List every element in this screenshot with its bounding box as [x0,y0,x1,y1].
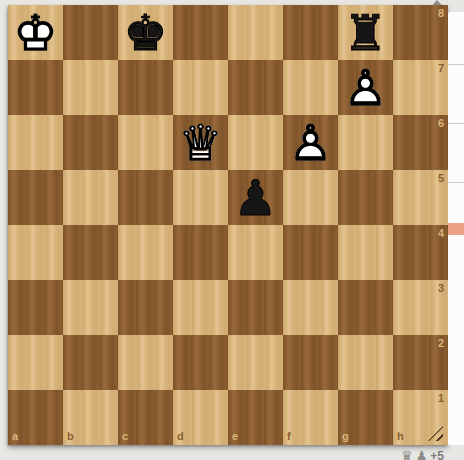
square-g4[interactable] [338,225,393,280]
square-f4[interactable] [283,225,338,280]
rank-label-8: 8 [438,8,444,19]
square-h6[interactable]: 6 [393,115,448,170]
square-h4[interactable]: 4 [393,225,448,280]
side-strip-separator-2 [448,182,464,183]
square-e3[interactable] [228,280,283,335]
rank-label-5: 5 [438,173,444,184]
square-g1[interactable]: g [338,390,393,445]
square-b2[interactable] [63,335,118,390]
square-g2[interactable] [338,335,393,390]
square-d3[interactable] [173,280,228,335]
rank-label-4: 4 [438,228,444,239]
square-e7[interactable] [228,60,283,115]
white-pawn-f6[interactable]: ♟♙ [283,115,338,170]
square-c5[interactable] [118,170,173,225]
square-g3[interactable] [338,280,393,335]
square-b4[interactable] [63,225,118,280]
square-g6[interactable] [338,115,393,170]
square-f1[interactable]: f [283,390,338,445]
side-strip-separator-0 [448,64,464,65]
square-e1[interactable]: e [228,390,283,445]
square-e4[interactable] [228,225,283,280]
rank-label-6: 6 [438,118,444,129]
square-f8[interactable] [283,5,338,60]
square-g7[interactable]: ♟♙ [338,60,393,115]
square-e5[interactable]: ♟ [228,170,283,225]
captured-pawn-icon: ♟ [416,449,428,460]
square-a1[interactable]: a [8,390,63,445]
white-queen-outline: ♕ [173,116,228,171]
material-indicator: ♛ ♟ +5 [401,449,444,460]
rank-label-1: 1 [438,393,444,404]
square-a5[interactable] [8,170,63,225]
file-label-c: c [122,431,128,442]
file-label-g: g [342,431,349,442]
square-f7[interactable] [283,60,338,115]
file-label-f: f [287,431,291,442]
square-c3[interactable] [118,280,173,335]
square-a4[interactable] [8,225,63,280]
square-b1[interactable]: b [63,390,118,445]
square-c2[interactable] [118,335,173,390]
square-d2[interactable] [173,335,228,390]
file-label-h: h [397,431,404,442]
square-c4[interactable] [118,225,173,280]
material-advantage: +5 [430,449,444,460]
square-b3[interactable] [63,280,118,335]
file-label-b: b [67,431,74,442]
square-e2[interactable] [228,335,283,390]
square-e8[interactable] [228,5,283,60]
square-h2[interactable]: 2 [393,335,448,390]
side-strip-highlight-marker[interactable] [448,223,464,235]
rank-label-2: 2 [438,338,444,349]
black-rook-g8[interactable]: ♜ [338,5,393,60]
rank-label-7: 7 [438,63,444,74]
square-b8[interactable] [63,5,118,60]
black-rook-glyph: ♜ [338,6,393,61]
side-scroll-strip[interactable] [448,12,464,445]
square-a8[interactable]: ♚♔ [8,5,63,60]
square-d5[interactable] [173,170,228,225]
square-d6[interactable]: ♛♕ [173,115,228,170]
square-f6[interactable]: ♟♙ [283,115,338,170]
file-label-d: d [177,431,184,442]
square-a2[interactable] [8,335,63,390]
square-c6[interactable] [118,115,173,170]
file-label-e: e [232,431,238,442]
side-strip-separator-1 [448,123,464,124]
square-b5[interactable] [63,170,118,225]
square-g8[interactable]: ♜ [338,5,393,60]
board-resize-handle-icon[interactable] [428,426,443,441]
white-pawn-outline: ♙ [283,116,338,171]
white-king-a8[interactable]: ♚♔ [8,5,63,60]
square-c1[interactable]: c [118,390,173,445]
square-d1[interactable]: d [173,390,228,445]
square-h8[interactable]: 8 [393,5,448,60]
square-a3[interactable] [8,280,63,335]
white-pawn-g7[interactable]: ♟♙ [338,60,393,115]
square-f3[interactable] [283,280,338,335]
square-g5[interactable] [338,170,393,225]
square-e6[interactable] [228,115,283,170]
square-c8[interactable]: ♚ [118,5,173,60]
chess-board: ♚♔♚♜8♟♙7♛♕♟♙6♟5432abcdefgh1 [8,5,448,445]
captured-queen-icon: ♛ [401,449,413,460]
file-label-a: a [12,431,18,442]
white-queen-d6[interactable]: ♛♕ [173,115,228,170]
white-pawn-outline: ♙ [338,61,393,116]
black-king-glyph: ♚ [118,6,173,61]
square-h7[interactable]: 7 [393,60,448,115]
square-f5[interactable] [283,170,338,225]
square-d8[interactable] [173,5,228,60]
black-pawn-glyph: ♟ [228,171,283,226]
square-d4[interactable] [173,225,228,280]
square-d7[interactable] [173,60,228,115]
square-h3[interactable]: 3 [393,280,448,335]
rank-label-3: 3 [438,283,444,294]
white-king-outline: ♔ [8,6,63,61]
black-king-c8[interactable]: ♚ [118,5,173,60]
square-c7[interactable] [118,60,173,115]
square-b7[interactable] [63,60,118,115]
square-f2[interactable] [283,335,338,390]
square-h5[interactable]: 5 [393,170,448,225]
square-a7[interactable] [8,60,63,115]
square-a6[interactable] [8,115,63,170]
square-h1[interactable]: h1 [393,390,448,445]
black-pawn-e5[interactable]: ♟ [228,170,283,225]
square-b6[interactable] [63,115,118,170]
